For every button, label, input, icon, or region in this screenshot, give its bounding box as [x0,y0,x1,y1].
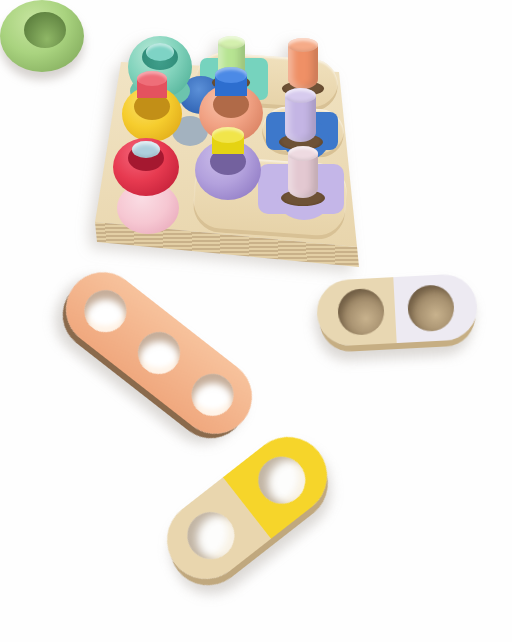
bar-hole [249,447,315,513]
orange-peg [288,38,318,90]
loose-peach-three-hole-bar [51,257,267,448]
bar-hole [178,503,244,569]
lavender-peg [285,88,316,142]
lightblue-peg-top [132,141,160,158]
bar-hole [183,365,242,424]
green-peg-top [218,36,245,49]
cell-r3c2 [185,162,265,246]
loose-green-ring [0,0,84,72]
peg-board [88,50,380,276]
yellow-ring [122,86,182,142]
pink-peg-top [288,146,318,161]
loose-wood-yellow-two-hole-bar [151,421,342,595]
red-peg-top [137,71,167,86]
yellow-peg-top [212,127,244,143]
photo-stage [0,0,512,642]
lavender-peg-top [285,88,316,103]
red-ring [113,138,179,196]
orange-peg-top [288,38,318,52]
pink-peg [288,146,318,198]
loose-wood-white-two-hole-bar [315,273,478,347]
purple-ring [195,140,261,200]
teal-peg-top [146,43,174,61]
bar-hole [130,324,189,383]
bar-hole [407,284,455,332]
cell-r3c3 [265,162,357,246]
green-ring-hole [24,12,66,48]
bar-hole [76,282,135,341]
blue-peg-top [215,67,247,83]
bar-hole [337,288,385,336]
cell-r3c1 [95,162,185,246]
peg-grid [95,32,357,246]
